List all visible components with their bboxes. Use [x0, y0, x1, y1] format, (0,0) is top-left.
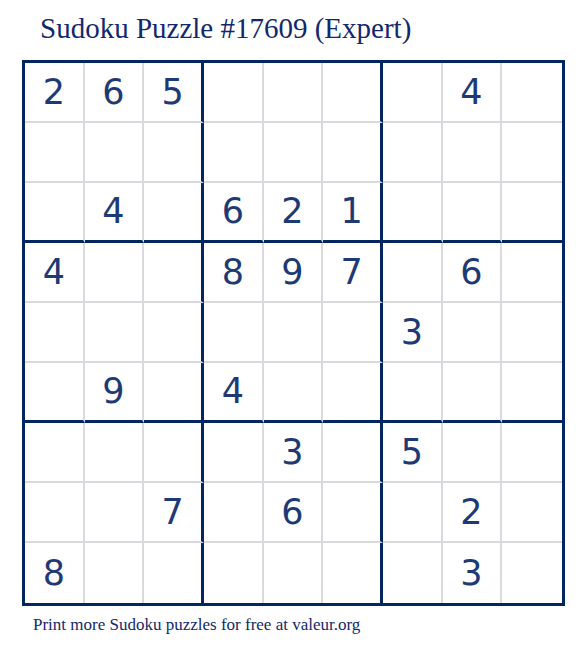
sudoku-cell-r5c2[interactable]: [85, 303, 145, 363]
sudoku-cell-r7c5[interactable]: 3: [264, 423, 324, 483]
sudoku-cell-r9c2[interactable]: [85, 543, 145, 603]
sudoku-cell-r6c6[interactable]: [323, 363, 383, 423]
sudoku-cell-r7c1[interactable]: [25, 423, 85, 483]
page: Sudoku Puzzle #17609 (Expert) 2654462148…: [0, 0, 580, 651]
footer-text: Print more Sudoku puzzles for free at va…: [33, 615, 360, 635]
sudoku-cell-r5c6[interactable]: [323, 303, 383, 363]
sudoku-cell-r4c3[interactable]: [144, 243, 204, 303]
sudoku-cell-r7c7[interactable]: 5: [383, 423, 443, 483]
sudoku-cell-r4c1[interactable]: 4: [25, 243, 85, 303]
sudoku-cell-r6c3[interactable]: [144, 363, 204, 423]
sudoku-cell-r3c2[interactable]: 4: [85, 183, 145, 243]
sudoku-cell-r2c6[interactable]: [323, 123, 383, 183]
sudoku-cell-r3c5[interactable]: 2: [264, 183, 324, 243]
sudoku-cell-r6c5[interactable]: [264, 363, 324, 423]
sudoku-cell-r2c5[interactable]: [264, 123, 324, 183]
sudoku-cell-r2c9[interactable]: [502, 123, 562, 183]
sudoku-cell-r4c4[interactable]: 8: [204, 243, 264, 303]
sudoku-cell-r7c6[interactable]: [323, 423, 383, 483]
sudoku-cell-r9c8[interactable]: 3: [443, 543, 503, 603]
sudoku-cell-r1c3[interactable]: 5: [144, 63, 204, 123]
sudoku-cell-r8c9[interactable]: [502, 483, 562, 543]
sudoku-cell-r1c5[interactable]: [264, 63, 324, 123]
sudoku-cell-r7c2[interactable]: [85, 423, 145, 483]
sudoku-cell-r7c3[interactable]: [144, 423, 204, 483]
sudoku-cell-r3c8[interactable]: [443, 183, 503, 243]
sudoku-cell-r3c7[interactable]: [383, 183, 443, 243]
puzzle-title: Sudoku Puzzle #17609 (Expert): [40, 12, 411, 45]
sudoku-cell-r8c8[interactable]: 2: [443, 483, 503, 543]
sudoku-cell-r9c4[interactable]: [204, 543, 264, 603]
sudoku-cell-r1c4[interactable]: [204, 63, 264, 123]
sudoku-cell-r9c6[interactable]: [323, 543, 383, 603]
sudoku-cell-r2c3[interactable]: [144, 123, 204, 183]
sudoku-cell-r2c7[interactable]: [383, 123, 443, 183]
sudoku-cell-r1c9[interactable]: [502, 63, 562, 123]
sudoku-cell-r9c7[interactable]: [383, 543, 443, 603]
sudoku-cell-r5c1[interactable]: [25, 303, 85, 363]
sudoku-cell-r1c2[interactable]: 6: [85, 63, 145, 123]
sudoku-cell-r8c6[interactable]: [323, 483, 383, 543]
sudoku-cell-r4c8[interactable]: 6: [443, 243, 503, 303]
sudoku-cell-r3c1[interactable]: [25, 183, 85, 243]
sudoku-cell-r9c1[interactable]: 8: [25, 543, 85, 603]
sudoku-cell-r5c3[interactable]: [144, 303, 204, 363]
sudoku-cell-r6c9[interactable]: [502, 363, 562, 423]
sudoku-cell-r3c9[interactable]: [502, 183, 562, 243]
sudoku-cell-r1c8[interactable]: 4: [443, 63, 503, 123]
sudoku-cell-r5c7[interactable]: 3: [383, 303, 443, 363]
sudoku-cell-r8c7[interactable]: [383, 483, 443, 543]
sudoku-cell-r3c3[interactable]: [144, 183, 204, 243]
sudoku-cell-r6c8[interactable]: [443, 363, 503, 423]
sudoku-cell-r2c1[interactable]: [25, 123, 85, 183]
sudoku-cell-r9c5[interactable]: [264, 543, 324, 603]
sudoku-cell-r4c9[interactable]: [502, 243, 562, 303]
sudoku-cell-r7c8[interactable]: [443, 423, 503, 483]
sudoku-cell-r9c9[interactable]: [502, 543, 562, 603]
sudoku-cell-r2c4[interactable]: [204, 123, 264, 183]
sudoku-cell-r4c2[interactable]: [85, 243, 145, 303]
sudoku-grid: 26544621489763943576283: [22, 60, 565, 606]
sudoku-cell-r9c3[interactable]: [144, 543, 204, 603]
sudoku-cell-r8c1[interactable]: [25, 483, 85, 543]
sudoku-cell-r1c7[interactable]: [383, 63, 443, 123]
sudoku-cell-r8c2[interactable]: [85, 483, 145, 543]
sudoku-cell-r6c7[interactable]: [383, 363, 443, 423]
sudoku-cell-r6c4[interactable]: 4: [204, 363, 264, 423]
sudoku-cell-r6c1[interactable]: [25, 363, 85, 423]
sudoku-cell-r8c4[interactable]: [204, 483, 264, 543]
sudoku-cell-r6c2[interactable]: 9: [85, 363, 145, 423]
sudoku-cell-r3c6[interactable]: 1: [323, 183, 383, 243]
sudoku-cell-r7c9[interactable]: [502, 423, 562, 483]
sudoku-cell-r2c8[interactable]: [443, 123, 503, 183]
sudoku-cell-r5c4[interactable]: [204, 303, 264, 363]
sudoku-cell-r4c7[interactable]: [383, 243, 443, 303]
sudoku-cell-r4c6[interactable]: 7: [323, 243, 383, 303]
sudoku-cell-r3c4[interactable]: 6: [204, 183, 264, 243]
sudoku-cell-r2c2[interactable]: [85, 123, 145, 183]
sudoku-cell-r1c1[interactable]: 2: [25, 63, 85, 123]
sudoku-cell-r4c5[interactable]: 9: [264, 243, 324, 303]
sudoku-cell-r5c8[interactable]: [443, 303, 503, 363]
sudoku-cell-r8c3[interactable]: 7: [144, 483, 204, 543]
sudoku-cell-r5c9[interactable]: [502, 303, 562, 363]
sudoku-cell-r7c4[interactable]: [204, 423, 264, 483]
sudoku-cell-r5c5[interactable]: [264, 303, 324, 363]
sudoku-cell-r1c6[interactable]: [323, 63, 383, 123]
sudoku-cell-r8c5[interactable]: 6: [264, 483, 324, 543]
